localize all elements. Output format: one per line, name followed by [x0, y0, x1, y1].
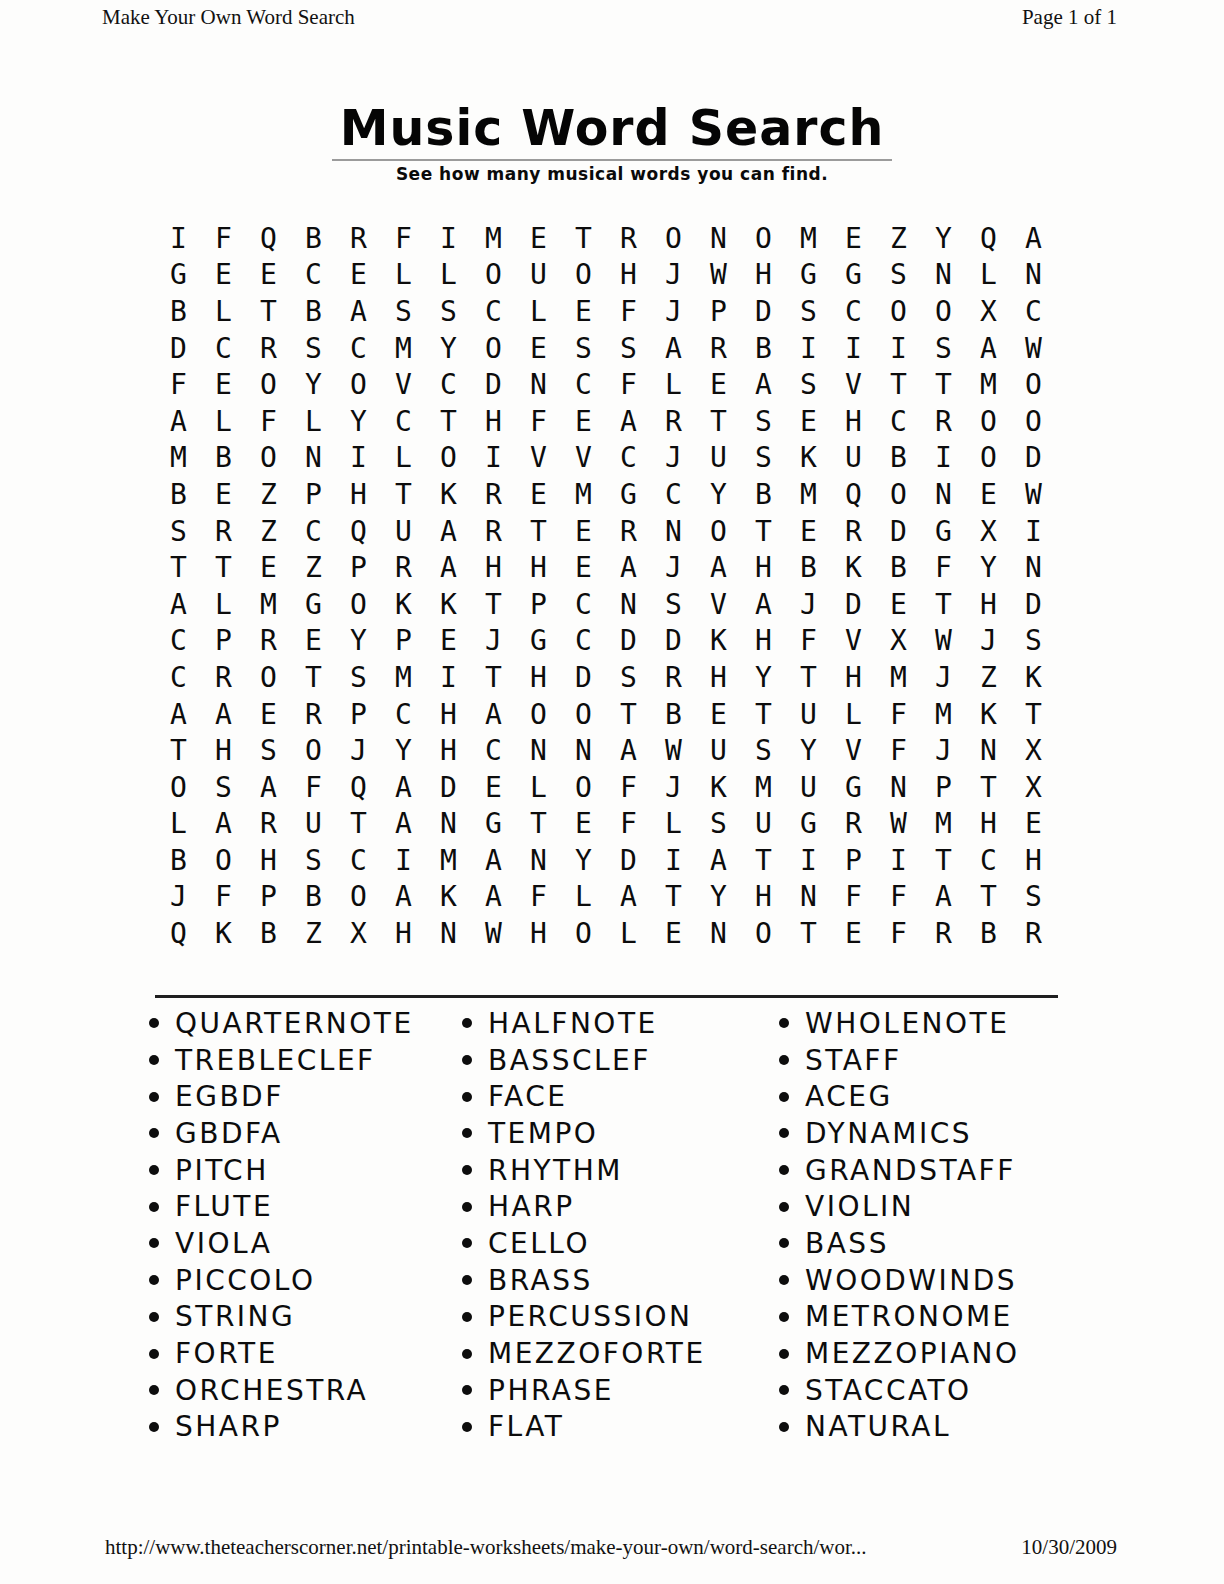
- grid-cell: M: [471, 220, 516, 257]
- print-header: Make Your Own Word Search Page 1 of 1: [102, 4, 1117, 30]
- grid-cell: F: [291, 769, 336, 806]
- grid-cell: O: [696, 513, 741, 550]
- grid-cell: A: [696, 549, 741, 586]
- grid-cell: C: [426, 366, 471, 403]
- grid-cell: T: [741, 696, 786, 733]
- grid-cell: I: [876, 330, 921, 367]
- grid-cell: B: [291, 879, 336, 916]
- grid-cell: Z: [966, 659, 1011, 696]
- grid-cell: F: [516, 403, 561, 440]
- grid-cell: O: [426, 440, 471, 477]
- grid-cell: E: [291, 623, 336, 660]
- bullet-icon: [779, 1312, 789, 1322]
- grid-cell: E: [201, 476, 246, 513]
- grid-cell: F: [876, 732, 921, 769]
- grid-cell: J: [921, 732, 966, 769]
- word-label: PICCOLO: [175, 1264, 315, 1297]
- bullet-icon: [462, 1385, 472, 1395]
- word-label: FLUTE: [175, 1190, 273, 1223]
- grid-cell: E: [561, 549, 606, 586]
- grid-cell: E: [561, 403, 606, 440]
- word-label: SHARP: [175, 1410, 282, 1443]
- grid-cell: H: [516, 915, 561, 952]
- grid-cell: T: [1011, 696, 1056, 733]
- grid-cell: Y: [696, 476, 741, 513]
- grid-cell: J: [921, 659, 966, 696]
- grid-cell: W: [651, 732, 696, 769]
- grid-cell: I: [381, 842, 426, 879]
- grid-cell: N: [921, 257, 966, 294]
- grid-cell: T: [921, 366, 966, 403]
- grid-cell: O: [876, 293, 921, 330]
- bullet-icon: [149, 1238, 159, 1248]
- grid-cell: R: [201, 659, 246, 696]
- grid-cell: H: [336, 476, 381, 513]
- grid-cell: J: [651, 549, 696, 586]
- grid-cell: U: [696, 440, 741, 477]
- grid-cell: P: [336, 549, 381, 586]
- grid-cell: T: [921, 842, 966, 879]
- separator-line: [155, 995, 1058, 998]
- grid-cell: S: [156, 513, 201, 550]
- grid-cell: E: [201, 366, 246, 403]
- grid-cell: W: [471, 915, 516, 952]
- word-label: STAFF: [805, 1044, 902, 1077]
- grid-cell: C: [561, 623, 606, 660]
- word-column: QUARTERNOTETREBLECLEFEGBDFGBDFAPITCHFLUT…: [140, 1005, 453, 1445]
- word-list-item: TEMPO: [453, 1115, 770, 1152]
- grid-cell: B: [291, 293, 336, 330]
- grid-cell: B: [966, 915, 1011, 952]
- grid-cell: O: [336, 586, 381, 623]
- grid-cell: J: [651, 440, 696, 477]
- grid-cell: K: [426, 586, 471, 623]
- grid-cell: N: [561, 732, 606, 769]
- grid-cell: U: [291, 806, 336, 843]
- grid-cell: O: [156, 769, 201, 806]
- word-label: VIOLIN: [805, 1190, 914, 1223]
- grid-cell: D: [606, 623, 651, 660]
- bullet-icon: [779, 1055, 789, 1065]
- bullet-icon: [149, 1018, 159, 1028]
- grid-cell: T: [201, 549, 246, 586]
- word-label: NATURAL: [805, 1410, 951, 1443]
- grid-cell: A: [966, 330, 1011, 367]
- grid-cell: A: [1011, 220, 1056, 257]
- grid-cell: S: [696, 806, 741, 843]
- grid-cell: E: [786, 403, 831, 440]
- grid-cell: W: [1011, 476, 1056, 513]
- word-list-item: BASS: [770, 1225, 1083, 1262]
- grid-cell: F: [606, 366, 651, 403]
- grid-cell: M: [426, 842, 471, 879]
- bullet-icon: [779, 1385, 789, 1395]
- grid-cell: B: [156, 293, 201, 330]
- grid-cell: E: [786, 513, 831, 550]
- grid-cell: Z: [246, 513, 291, 550]
- grid-cell: H: [426, 732, 471, 769]
- grid-cell: G: [516, 623, 561, 660]
- grid-cell: T: [246, 293, 291, 330]
- grid-cell: O: [876, 476, 921, 513]
- grid-cell: X: [966, 293, 1011, 330]
- grid-cell: T: [966, 769, 1011, 806]
- grid-cell: A: [381, 769, 426, 806]
- grid-cell: Y: [381, 732, 426, 769]
- grid-cell: R: [1011, 915, 1056, 952]
- grid-cell: E: [561, 513, 606, 550]
- grid-cell: Z: [291, 549, 336, 586]
- grid-cell: T: [606, 696, 651, 733]
- grid-cell: U: [786, 769, 831, 806]
- grid-cell: J: [336, 732, 381, 769]
- grid-cell: Q: [336, 769, 381, 806]
- bullet-icon: [779, 1202, 789, 1212]
- word-label: FLAT: [488, 1410, 564, 1443]
- grid-cell: A: [201, 806, 246, 843]
- grid-cell: T: [471, 659, 516, 696]
- grid-cell: M: [156, 440, 201, 477]
- grid-cell: X: [1011, 732, 1056, 769]
- grid-cell: B: [741, 476, 786, 513]
- grid-cell: R: [831, 806, 876, 843]
- grid-cell: S: [426, 293, 471, 330]
- grid-cell: J: [651, 257, 696, 294]
- grid-cell: C: [561, 586, 606, 623]
- grid-cell: I: [426, 220, 471, 257]
- grid-cell: K: [426, 476, 471, 513]
- grid-cell: E: [831, 220, 876, 257]
- grid-cell: B: [741, 330, 786, 367]
- grid-cell: R: [246, 330, 291, 367]
- bullet-icon: [779, 1092, 789, 1102]
- word-label: WOODWINDS: [805, 1264, 1017, 1297]
- bullet-icon: [149, 1312, 159, 1322]
- grid-cell: C: [471, 293, 516, 330]
- grid-cell: A: [471, 842, 516, 879]
- grid-cell: M: [966, 366, 1011, 403]
- word-list-item: CELLO: [453, 1225, 770, 1262]
- grid-cell: N: [651, 513, 696, 550]
- grid-cell: O: [561, 769, 606, 806]
- word-list-item: FACE: [453, 1078, 770, 1115]
- grid-cell: R: [246, 623, 291, 660]
- grid-cell: O: [741, 220, 786, 257]
- grid-cell: U: [741, 806, 786, 843]
- grid-cell: C: [651, 476, 696, 513]
- word-list-item: METRONOME: [770, 1299, 1083, 1336]
- grid-cell: K: [696, 769, 741, 806]
- grid-cell: W: [1011, 330, 1056, 367]
- word-label: FACE: [488, 1080, 567, 1113]
- grid-cell: H: [246, 842, 291, 879]
- bullet-icon: [149, 1092, 159, 1102]
- word-search-grid: IFQBRFIMETRONOMEZYQAGEECELLOUOHJWHGGSNLN…: [156, 220, 1056, 952]
- title-block: Music Word Search See how many musical w…: [0, 103, 1224, 184]
- grid-cell: C: [291, 257, 336, 294]
- word-label: HALFNOTE: [488, 1007, 658, 1040]
- grid-cell: Y: [921, 220, 966, 257]
- grid-cell: A: [471, 879, 516, 916]
- grid-cell: E: [831, 915, 876, 952]
- grid-cell: S: [336, 659, 381, 696]
- grid-cell: S: [651, 586, 696, 623]
- grid-cell: M: [786, 476, 831, 513]
- grid-cell: O: [741, 915, 786, 952]
- grid-cell: C: [336, 330, 381, 367]
- grid-cell: T: [471, 586, 516, 623]
- grid-cell: O: [471, 330, 516, 367]
- word-label: GBDFA: [175, 1117, 283, 1150]
- page-title: Music Word Search: [332, 103, 893, 161]
- grid-cell: D: [876, 513, 921, 550]
- word-list-item: WHOLENOTE: [770, 1005, 1083, 1042]
- grid-cell: S: [291, 842, 336, 879]
- word-list-item: GRANDSTAFF: [770, 1152, 1083, 1189]
- grid-cell: D: [1011, 440, 1056, 477]
- word-list-item: HALFNOTE: [453, 1005, 770, 1042]
- word-list-item: FORTE: [140, 1335, 453, 1372]
- grid-cell: P: [291, 476, 336, 513]
- grid-cell: O: [471, 257, 516, 294]
- grid-cell: D: [651, 623, 696, 660]
- grid-cell: D: [156, 330, 201, 367]
- grid-cell: C: [1011, 293, 1056, 330]
- word-list-item: FLAT: [453, 1409, 770, 1446]
- grid-cell: H: [516, 549, 561, 586]
- grid-cell: X: [1011, 769, 1056, 806]
- grid-cell: N: [1011, 549, 1056, 586]
- grid-cell: A: [381, 879, 426, 916]
- grid-cell: O: [966, 403, 1011, 440]
- grid-cell: T: [786, 659, 831, 696]
- grid-cell: I: [156, 220, 201, 257]
- grid-cell: A: [696, 842, 741, 879]
- grid-cell: Y: [696, 879, 741, 916]
- grid-cell: G: [786, 806, 831, 843]
- word-list-item: WOODWINDS: [770, 1262, 1083, 1299]
- grid-cell: M: [741, 769, 786, 806]
- word-label: ACEG: [805, 1080, 893, 1113]
- grid-cell: V: [831, 732, 876, 769]
- grid-cell: A: [156, 403, 201, 440]
- grid-cell: T: [516, 513, 561, 550]
- word-label: METRONOME: [805, 1300, 1013, 1333]
- grid-cell: L: [651, 366, 696, 403]
- grid-cell: S: [291, 330, 336, 367]
- word-list-item: DYNAMICS: [770, 1115, 1083, 1152]
- grid-cell: I: [786, 330, 831, 367]
- word-list-item: FLUTE: [140, 1188, 453, 1225]
- bullet-icon: [462, 1055, 472, 1065]
- word-list-item: TREBLECLEF: [140, 1042, 453, 1079]
- word-list-item: BASSCLEF: [453, 1042, 770, 1079]
- grid-cell: D: [741, 293, 786, 330]
- bullet-icon: [779, 1128, 789, 1138]
- grid-cell: C: [291, 513, 336, 550]
- grid-cell: C: [966, 842, 1011, 879]
- grid-cell: O: [966, 440, 1011, 477]
- word-column: WHOLENOTESTAFFACEGDYNAMICSGRANDSTAFFVIOL…: [770, 1005, 1083, 1445]
- grid-cell: C: [561, 366, 606, 403]
- word-label: PITCH: [175, 1154, 269, 1187]
- grid-cell: N: [516, 732, 561, 769]
- word-list-item: VIOLIN: [770, 1188, 1083, 1225]
- grid-cell: S: [606, 330, 651, 367]
- grid-cell: P: [921, 769, 966, 806]
- grid-cell: C: [831, 293, 876, 330]
- grid-cell: U: [696, 732, 741, 769]
- grid-cell: H: [381, 915, 426, 952]
- word-label: TREBLECLEF: [175, 1044, 376, 1077]
- grid-cell: M: [876, 659, 921, 696]
- grid-cell: E: [516, 220, 561, 257]
- grid-cell: W: [921, 623, 966, 660]
- grid-cell: Y: [786, 732, 831, 769]
- word-list-item: BRASS: [453, 1262, 770, 1299]
- grid-cell: D: [471, 366, 516, 403]
- grid-cell: S: [561, 330, 606, 367]
- grid-cell: U: [786, 696, 831, 733]
- bullet-icon: [462, 1349, 472, 1359]
- word-label: QUARTERNOTE: [175, 1007, 414, 1040]
- grid-cell: N: [426, 915, 471, 952]
- grid-cell: F: [831, 879, 876, 916]
- grid-cell: A: [651, 330, 696, 367]
- grid-cell: J: [651, 293, 696, 330]
- footer-url: http://www.theteacherscorner.net/printab…: [105, 1534, 867, 1560]
- grid-cell: D: [1011, 586, 1056, 623]
- grid-cell: V: [831, 623, 876, 660]
- grid-cell: Y: [561, 842, 606, 879]
- grid-cell: N: [696, 915, 741, 952]
- bullet-icon: [462, 1128, 472, 1138]
- grid-cell: Q: [336, 513, 381, 550]
- grid-cell: K: [1011, 659, 1056, 696]
- grid-cell: I: [471, 440, 516, 477]
- grid-cell: H: [741, 257, 786, 294]
- grid-cell: E: [561, 293, 606, 330]
- grid-cell: L: [606, 915, 651, 952]
- grid-cell: A: [426, 549, 471, 586]
- grid-cell: D: [426, 769, 471, 806]
- grid-cell: L: [651, 806, 696, 843]
- grid-cell: H: [741, 549, 786, 586]
- grid-cell: P: [696, 293, 741, 330]
- grid-cell: H: [831, 403, 876, 440]
- footer-date: 10/30/2009: [1021, 1534, 1117, 1560]
- grid-cell: H: [966, 806, 1011, 843]
- grid-cell: M: [246, 586, 291, 623]
- grid-cell: L: [831, 696, 876, 733]
- grid-cell: T: [381, 476, 426, 513]
- grid-cell: F: [606, 293, 651, 330]
- grid-cell: R: [471, 476, 516, 513]
- word-list-item: MEZZOFORTE: [453, 1335, 770, 1372]
- grid-cell: T: [561, 220, 606, 257]
- grid-cell: O: [921, 293, 966, 330]
- grid-cell: E: [516, 330, 561, 367]
- grid-cell: V: [381, 366, 426, 403]
- grid-cell: E: [651, 915, 696, 952]
- bullet-icon: [779, 1238, 789, 1248]
- grid-cell: Y: [336, 403, 381, 440]
- grid-cell: O: [246, 440, 291, 477]
- grid-cell: R: [831, 513, 876, 550]
- grid-cell: T: [876, 366, 921, 403]
- grid-cell: C: [606, 440, 651, 477]
- grid-cell: V: [831, 366, 876, 403]
- grid-cell: R: [246, 806, 291, 843]
- grid-cell: E: [246, 696, 291, 733]
- grid-cell: T: [651, 879, 696, 916]
- grid-cell: Y: [336, 623, 381, 660]
- grid-cell: M: [561, 476, 606, 513]
- grid-cell: T: [741, 513, 786, 550]
- grid-cell: F: [606, 806, 651, 843]
- word-label: RHYTHM: [488, 1154, 623, 1187]
- grid-cell: O: [561, 257, 606, 294]
- word-list-item: PHRASE: [453, 1372, 770, 1409]
- word-list-item: PICCOLO: [140, 1262, 453, 1299]
- grid-cell: F: [876, 915, 921, 952]
- word-list-item: STAFF: [770, 1042, 1083, 1079]
- bullet-icon: [462, 1275, 472, 1285]
- grid-cell: E: [1011, 806, 1056, 843]
- bullet-icon: [149, 1349, 159, 1359]
- grid-cell: L: [291, 403, 336, 440]
- grid-cell: S: [921, 330, 966, 367]
- grid-cell: L: [201, 293, 246, 330]
- bullet-icon: [462, 1312, 472, 1322]
- grid-cell: B: [156, 842, 201, 879]
- grid-cell: D: [606, 842, 651, 879]
- bullet-icon: [462, 1018, 472, 1028]
- word-label: BASS: [805, 1227, 889, 1260]
- grid-cell: G: [831, 769, 876, 806]
- grid-cell: R: [291, 696, 336, 733]
- grid-cell: O: [1011, 366, 1056, 403]
- grid-cell: T: [741, 842, 786, 879]
- grid-cell: B: [291, 220, 336, 257]
- grid-cell: C: [156, 623, 201, 660]
- grid-cell: N: [606, 586, 651, 623]
- grid-cell: S: [786, 366, 831, 403]
- grid-cell: L: [201, 586, 246, 623]
- grid-cell: L: [561, 879, 606, 916]
- grid-cell: R: [921, 915, 966, 952]
- grid-cell: C: [471, 732, 516, 769]
- word-label: ORCHESTRA: [175, 1374, 368, 1407]
- grid-cell: R: [381, 549, 426, 586]
- grid-cell: A: [156, 586, 201, 623]
- word-label: FORTE: [175, 1337, 278, 1370]
- grid-cell: O: [561, 696, 606, 733]
- grid-cell: I: [1011, 513, 1056, 550]
- grid-cell: Q: [156, 915, 201, 952]
- word-list-item: STRING: [140, 1299, 453, 1336]
- word-label: VIOLA: [175, 1227, 272, 1260]
- subtitle: See how many musical words you can find.: [0, 164, 1224, 184]
- grid-cell: O: [516, 696, 561, 733]
- grid-cell: G: [786, 257, 831, 294]
- header-page-number: Page 1 of 1: [1022, 4, 1117, 30]
- grid-cell: E: [426, 623, 471, 660]
- grid-cell: F: [876, 879, 921, 916]
- header-left-text: Make Your Own Word Search: [102, 4, 355, 30]
- grid-cell: H: [516, 659, 561, 696]
- grid-cell: P: [336, 696, 381, 733]
